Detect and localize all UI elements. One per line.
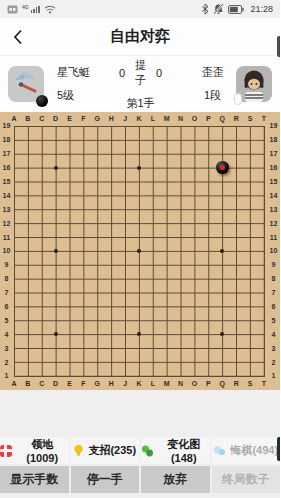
go-board[interactable]: ABCDEFGHJKLMNOPQRST ABCDEFGHJKLMNOPQRST …: [0, 112, 280, 390]
status-bar: 4G 21:28: [0, 0, 280, 18]
back-chevron-icon: [13, 29, 23, 45]
black-stone-Q16[interactable]: [216, 161, 229, 174]
black-player-info: 星飞蜓 5级: [57, 65, 119, 103]
star-point: [220, 249, 224, 253]
toolbar-button-2[interactable]: 变化图(148): [141, 437, 210, 464]
black-captures-count: 0: [119, 67, 125, 79]
action-button-2[interactable]: 放弃: [141, 466, 210, 493]
hint-label: 支招(235): [88, 443, 136, 458]
action-button-1[interactable]: 停一手: [71, 466, 140, 493]
hint-bulb-icon: [73, 444, 84, 457]
black-player-name: 星飞蜓: [57, 65, 90, 80]
clock-time: 21:28: [250, 4, 273, 14]
board-intersections[interactable]: [7, 119, 271, 383]
back-button[interactable]: [0, 18, 36, 56]
captures-label: 提子: [135, 58, 146, 88]
star-point: [220, 332, 224, 336]
white-player-rank: 1段: [204, 88, 221, 103]
page-title: 自由对弈: [0, 27, 280, 46]
last-move-marker: [220, 165, 225, 170]
edge-handle-bottom: [277, 437, 280, 461]
battery-icon: [228, 5, 244, 14]
undo-label: 悔棋(494): [230, 443, 278, 458]
black-player-rank: 5级: [57, 88, 74, 103]
star-point: [54, 249, 58, 253]
bluetooth-icon: [201, 3, 209, 15]
captures-line: 0 提子 0: [119, 58, 162, 88]
game-status: 0 提子 0 第1手: [119, 58, 162, 111]
title-bar: 自由对弈: [0, 18, 280, 56]
star-point: [54, 332, 58, 336]
black-stone-badge: [36, 95, 48, 107]
white-stone-badge: [234, 93, 242, 105]
network-type-label: 4G: [22, 4, 29, 10]
toolbar: 领地(1009) 支招(235) 变化图(148) 悔棋(494): [0, 437, 280, 464]
action-button-3[interactable]: 终局数子: [212, 466, 281, 493]
white-player-info: 歪歪 1段: [162, 65, 224, 103]
sim-card-icon: [7, 5, 18, 14]
toolbar-button-0[interactable]: 领地(1009): [0, 437, 69, 464]
white-player-name: 歪歪: [202, 65, 224, 80]
wifi-icon: [44, 4, 56, 14]
territory-label: 领地(1009): [16, 437, 69, 464]
action-bar: 显示手数 停一手 放弃 终局数子: [0, 466, 280, 493]
toolbar-button-1[interactable]: 支招(235): [71, 437, 140, 464]
black-player-avatar[interactable]: [8, 66, 44, 102]
territory-icon: [0, 445, 12, 457]
variation-label: 变化图(148): [158, 437, 210, 464]
undo-stones-icon: [213, 445, 226, 457]
star-point: [137, 249, 141, 253]
edge-handle-top: [277, 36, 280, 57]
toolbar-button-3[interactable]: 悔棋(494): [212, 437, 281, 464]
action-button-0[interactable]: 显示手数: [0, 466, 69, 493]
move-number-indicator: 第1手: [126, 96, 154, 111]
variation-icon: [141, 445, 154, 457]
white-player-avatar[interactable]: [236, 66, 272, 102]
star-point: [137, 166, 141, 170]
app-screen: 4G 21:28 自: [0, 0, 280, 498]
mute-icon: [213, 3, 224, 15]
players-panel: 星飞蜓 5级 0 提子 0 第1手 歪歪 1段: [0, 56, 280, 112]
signal-strength-icon: [31, 5, 40, 13]
star-point: [54, 166, 58, 170]
star-point: [137, 332, 141, 336]
